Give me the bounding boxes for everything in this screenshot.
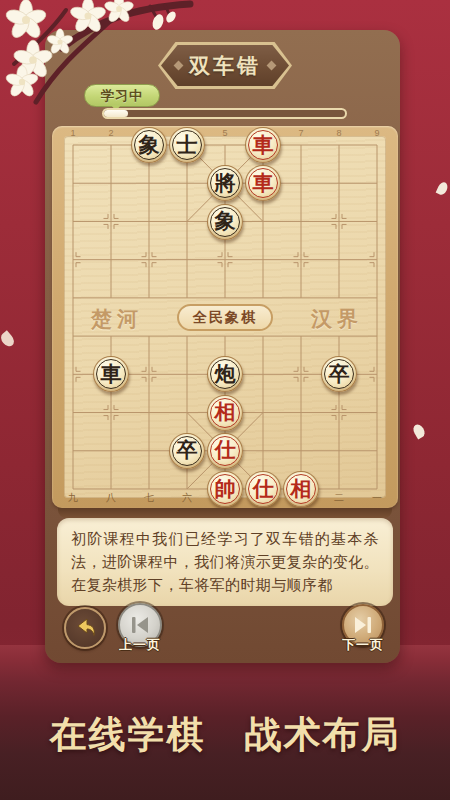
pieces-layer: 象士車將車象車炮卒相卒仕帥仕相	[54, 126, 396, 508]
piece-glyph: 相	[291, 479, 312, 500]
board-bottom-edge	[58, 508, 392, 518]
piece-glyph: 卒	[329, 364, 350, 385]
xiangqi-board[interactable]: 123456789 九八七六五四三二一 楚河 汉界 全民象棋 象士車將車象車炮卒…	[52, 126, 398, 508]
piece-black-炮[interactable]: 炮	[207, 356, 243, 392]
piece-black-象[interactable]: 象	[131, 127, 167, 163]
piece-red-仕[interactable]: 仕	[207, 433, 243, 469]
piece-red-相[interactable]: 相	[283, 471, 319, 507]
piece-black-象[interactable]: 象	[207, 204, 243, 240]
piece-red-仕[interactable]: 仕	[245, 471, 281, 507]
piece-red-車[interactable]: 車	[245, 165, 281, 201]
back-arrow-icon	[73, 616, 97, 640]
falling-petal	[436, 181, 450, 197]
piece-black-卒[interactable]: 卒	[169, 433, 205, 469]
falling-petal	[411, 422, 427, 439]
piece-red-車[interactable]: 車	[245, 127, 281, 163]
piece-red-帥[interactable]: 帥	[207, 471, 243, 507]
piece-glyph: 帥	[215, 479, 236, 500]
piece-glyph: 卒	[177, 440, 198, 461]
piece-glyph: 相	[215, 402, 236, 423]
piece-glyph: 象	[139, 135, 160, 156]
skip-next-icon	[352, 614, 374, 636]
piece-glyph: 象	[215, 211, 236, 232]
skip-previous-icon	[129, 614, 151, 636]
piece-black-士[interactable]: 士	[169, 127, 205, 163]
status-badge: 学习中	[84, 84, 160, 107]
lesson-title-plaque: 双车错	[158, 42, 292, 89]
footer-tagline: 在线学棋 战术布局	[0, 710, 450, 760]
piece-black-將[interactable]: 將	[207, 165, 243, 201]
piece-glyph: 車	[253, 135, 274, 156]
piece-glyph: 炮	[215, 364, 236, 385]
lesson-text: 初阶课程中我们已经学习了双车错的基本杀法，进阶课程中，我们将演示更复杂的变化。在…	[57, 518, 393, 606]
lesson-panel: 双车错 学习中 123456789 九八七六五四三二一 楚河 汉界 全民象棋 象…	[45, 30, 400, 663]
piece-black-車[interactable]: 車	[93, 356, 129, 392]
piece-glyph: 仕	[215, 440, 236, 461]
app-screen: 在线学棋 战术布局 双车错 学习中 123456789 九八七六五四三二一 楚河…	[0, 0, 450, 800]
piece-glyph: 士	[177, 135, 198, 156]
piece-glyph: 將	[215, 173, 236, 194]
progress-bar	[102, 108, 347, 119]
piece-glyph: 車	[253, 173, 274, 194]
piece-black-卒[interactable]: 卒	[321, 356, 357, 392]
piece-glyph: 仕	[253, 479, 274, 500]
piece-red-相[interactable]: 相	[207, 395, 243, 431]
plaque-diamond-left-icon	[174, 61, 184, 71]
prev-page-button[interactable]	[118, 603, 162, 647]
back-button[interactable]	[64, 607, 106, 649]
progress-bar-fill	[104, 110, 128, 117]
piece-glyph: 車	[101, 364, 122, 385]
next-page-button[interactable]	[342, 604, 384, 646]
falling-petal	[0, 330, 17, 349]
lesson-title: 双车错	[189, 52, 261, 80]
plaque-diamond-right-icon	[267, 61, 277, 71]
